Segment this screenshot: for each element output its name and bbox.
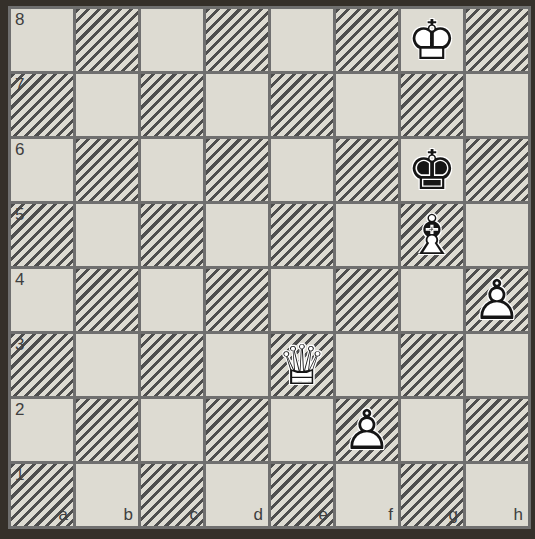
square-e5[interactable] (271, 204, 333, 266)
file-label-a: a (59, 505, 68, 525)
square-b8[interactable] (76, 9, 138, 71)
white-pawn: ♙ (336, 399, 398, 461)
square-c7[interactable] (141, 74, 203, 136)
square-c8[interactable] (141, 9, 203, 71)
square-a5[interactable]: 5 (11, 204, 73, 266)
square-d1[interactable]: d (206, 464, 268, 526)
white-pawn: ♙ (466, 269, 528, 331)
square-d6[interactable] (206, 139, 268, 201)
black-king: ♚ (401, 139, 463, 201)
file-label-c: c (190, 505, 199, 525)
square-g2[interactable] (401, 399, 463, 461)
square-g4[interactable] (401, 269, 463, 331)
file-label-e: e (319, 505, 328, 525)
square-h5[interactable] (466, 204, 528, 266)
square-c2[interactable] (141, 399, 203, 461)
square-h7[interactable] (466, 74, 528, 136)
square-b2[interactable] (76, 399, 138, 461)
rank-label-2: 2 (15, 400, 24, 420)
white-king: ♔ (401, 9, 463, 71)
square-c6[interactable] (141, 139, 203, 201)
square-c3[interactable] (141, 334, 203, 396)
square-e6[interactable] (271, 139, 333, 201)
square-e2[interactable] (271, 399, 333, 461)
square-h6[interactable] (466, 139, 528, 201)
square-g6[interactable]: ♚♚ (401, 139, 463, 201)
square-c4[interactable] (141, 269, 203, 331)
white-bishop: ♗ (401, 204, 463, 266)
square-b4[interactable] (76, 269, 138, 331)
square-h2[interactable] (466, 399, 528, 461)
square-a4[interactable]: 4 (11, 269, 73, 331)
square-f7[interactable] (336, 74, 398, 136)
rank-label-3: 3 (15, 335, 24, 355)
rank-label-8: 8 (15, 10, 24, 30)
square-b6[interactable] (76, 139, 138, 201)
white-pawn-fill: ♟ (336, 399, 398, 461)
square-f2[interactable]: ♟♙ (336, 399, 398, 461)
square-b7[interactable] (76, 74, 138, 136)
square-h4[interactable]: ♟♙ (466, 269, 528, 331)
white-queen-fill: ♛ (271, 334, 333, 396)
square-g3[interactable] (401, 334, 463, 396)
file-label-h: h (514, 505, 523, 525)
square-f3[interactable] (336, 334, 398, 396)
square-a7[interactable]: 7 (11, 74, 73, 136)
square-d3[interactable] (206, 334, 268, 396)
square-e8[interactable] (271, 9, 333, 71)
square-b1[interactable]: b (76, 464, 138, 526)
square-e4[interactable] (271, 269, 333, 331)
square-e3[interactable]: ♛♕ (271, 334, 333, 396)
square-g8[interactable]: ♚♔ (401, 9, 463, 71)
square-f6[interactable] (336, 139, 398, 201)
file-label-b: b (124, 505, 133, 525)
rank-label-4: 4 (15, 270, 24, 290)
square-f4[interactable] (336, 269, 398, 331)
file-label-f: f (388, 505, 393, 525)
square-a1[interactable]: 1a (11, 464, 73, 526)
rank-label-5: 5 (15, 205, 24, 225)
square-a3[interactable]: 3 (11, 334, 73, 396)
white-bishop-fill: ♝ (401, 204, 463, 266)
square-a2[interactable]: 2 (11, 399, 73, 461)
rank-label-1: 1 (15, 465, 24, 485)
square-b5[interactable] (76, 204, 138, 266)
white-queen: ♕ (271, 334, 333, 396)
square-h3[interactable] (466, 334, 528, 396)
square-f1[interactable]: f (336, 464, 398, 526)
square-a6[interactable]: 6 (11, 139, 73, 201)
rank-label-6: 6 (15, 140, 24, 160)
square-g1[interactable]: g (401, 464, 463, 526)
square-h1[interactable]: h (466, 464, 528, 526)
square-f5[interactable] (336, 204, 398, 266)
rank-label-7: 7 (15, 75, 24, 95)
square-d7[interactable] (206, 74, 268, 136)
square-d4[interactable] (206, 269, 268, 331)
chess-board: 8♚♔76♚♚5♝♗4♟♙3♛♕2♟♙1abcdefgh (8, 6, 531, 529)
black-king-fill: ♚ (401, 139, 463, 201)
square-f8[interactable] (336, 9, 398, 71)
square-c1[interactable]: c (141, 464, 203, 526)
square-c5[interactable] (141, 204, 203, 266)
file-label-d: d (254, 505, 263, 525)
square-e7[interactable] (271, 74, 333, 136)
square-b3[interactable] (76, 334, 138, 396)
square-e1[interactable]: e (271, 464, 333, 526)
square-d5[interactable] (206, 204, 268, 266)
square-d2[interactable] (206, 399, 268, 461)
square-a8[interactable]: 8 (11, 9, 73, 71)
white-king-fill: ♚ (401, 9, 463, 71)
page-background: 8♚♔76♚♚5♝♗4♟♙3♛♕2♟♙1abcdefgh (0, 0, 535, 539)
white-pawn-fill: ♟ (466, 269, 528, 331)
square-d8[interactable] (206, 9, 268, 71)
square-h8[interactable] (466, 9, 528, 71)
file-label-g: g (449, 505, 458, 525)
square-g5[interactable]: ♝♗ (401, 204, 463, 266)
square-g7[interactable] (401, 74, 463, 136)
